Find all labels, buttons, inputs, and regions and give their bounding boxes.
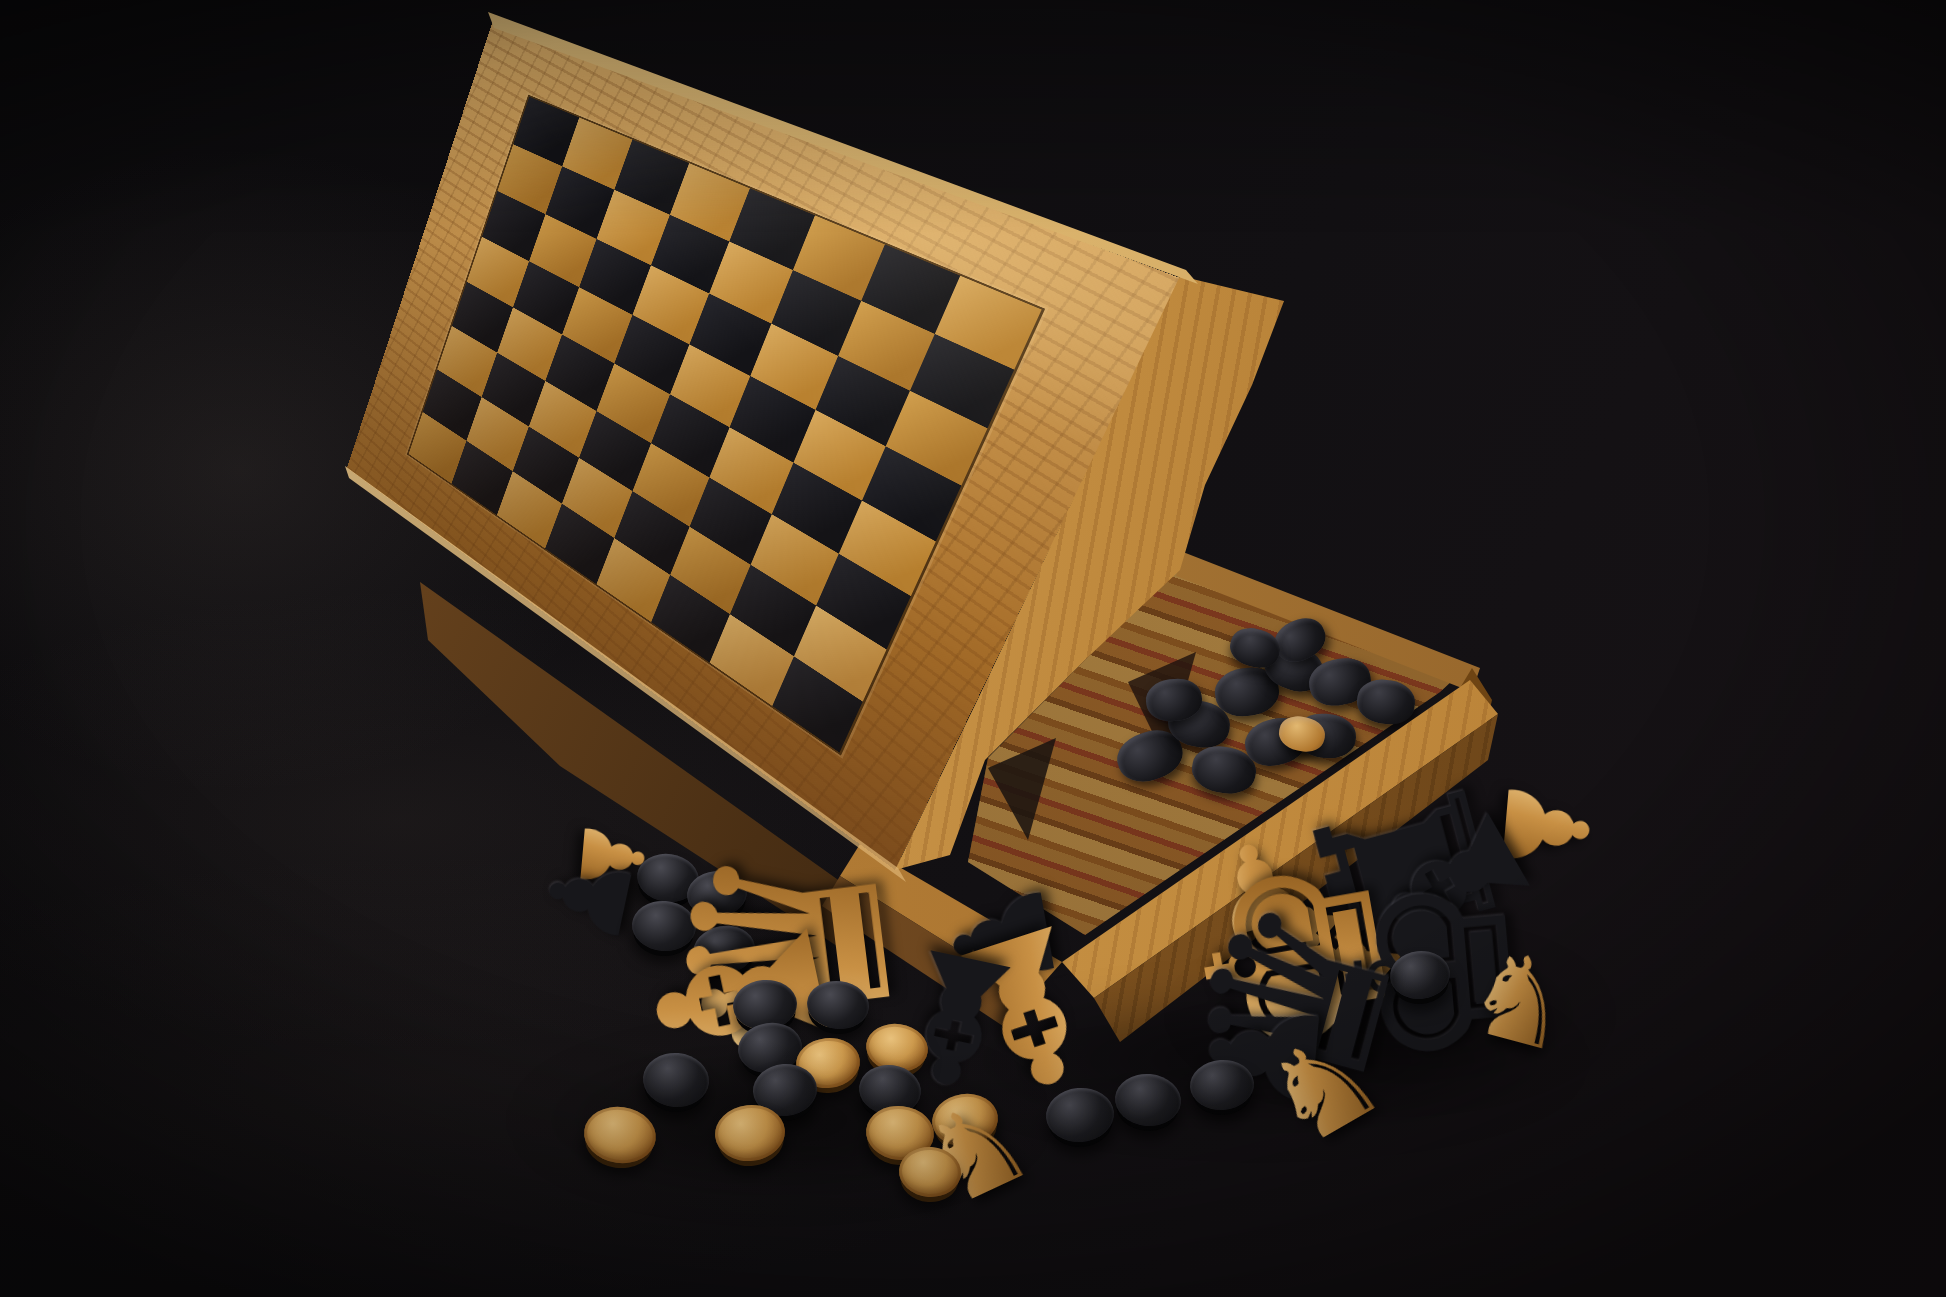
scattered-pieces-layer: ♟♟♜♝♟♟♟♝♛♚♚♝♞♛♝♝♟♞♞ [0,0,1946,1297]
scene: ♟♟♜♝♟♟♟♝♛♚♚♝♞♛♝♝♟♞♞ [0,0,1946,1297]
